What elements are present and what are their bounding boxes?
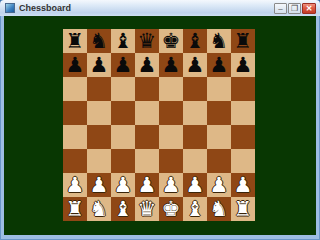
square-c4[interactable] (111, 125, 135, 149)
square-f4[interactable] (183, 125, 207, 149)
square-f7[interactable]: ♟ (183, 53, 207, 77)
black-bishop: ♝ (186, 29, 205, 53)
square-h1[interactable]: ♜ (231, 197, 255, 221)
window-system-icon[interactable] (5, 3, 15, 13)
black-pawn: ♟ (138, 53, 157, 77)
square-d7[interactable]: ♟ (135, 53, 159, 77)
white-knight: ♞ (90, 197, 109, 221)
square-h6[interactable] (231, 77, 255, 101)
square-a5[interactable] (63, 101, 87, 125)
white-bishop: ♝ (186, 197, 205, 221)
white-pawn: ♟ (114, 173, 133, 197)
white-pawn: ♟ (162, 173, 181, 197)
square-e2[interactable]: ♟ (159, 173, 183, 197)
square-e7[interactable]: ♟ (159, 53, 183, 77)
chess-board: ♜♞♝♛♚♝♞♜♟♟♟♟♟♟♟♟♟♟♟♟♟♟♟♟♜♞♝♛♚♝♞♜ (63, 29, 255, 221)
square-h3[interactable] (231, 149, 255, 173)
square-f6[interactable] (183, 77, 207, 101)
black-king: ♚ (162, 29, 181, 53)
square-e1[interactable]: ♚ (159, 197, 183, 221)
window-title: Chessboard (19, 0, 274, 16)
black-bishop: ♝ (114, 29, 133, 53)
square-c6[interactable] (111, 77, 135, 101)
square-a6[interactable] (63, 77, 87, 101)
square-g4[interactable] (207, 125, 231, 149)
black-queen: ♛ (138, 29, 157, 53)
minimize-button[interactable]: – (274, 3, 287, 14)
black-pawn: ♟ (186, 53, 205, 77)
square-d1[interactable]: ♛ (135, 197, 159, 221)
square-a1[interactable]: ♜ (63, 197, 87, 221)
black-pawn: ♟ (66, 53, 85, 77)
square-d5[interactable] (135, 101, 159, 125)
chess-app-window: Chessboard – ❐ ✕ ♜♞♝♛♚♝♞♜♟♟♟♟♟♟♟♟♟♟♟♟♟♟♟… (0, 0, 320, 240)
square-a8[interactable]: ♜ (63, 29, 87, 53)
white-bishop: ♝ (114, 197, 133, 221)
square-e4[interactable] (159, 125, 183, 149)
board-background: ♜♞♝♛♚♝♞♜♟♟♟♟♟♟♟♟♟♟♟♟♟♟♟♟♜♞♝♛♚♝♞♜ (4, 16, 316, 235)
square-d8[interactable]: ♛ (135, 29, 159, 53)
square-g3[interactable] (207, 149, 231, 173)
white-pawn: ♟ (210, 173, 229, 197)
square-h5[interactable] (231, 101, 255, 125)
square-g8[interactable]: ♞ (207, 29, 231, 53)
square-f3[interactable] (183, 149, 207, 173)
square-a4[interactable] (63, 125, 87, 149)
white-king: ♚ (162, 197, 181, 221)
title-bar: Chessboard – ❐ ✕ (0, 0, 320, 16)
white-pawn: ♟ (66, 173, 85, 197)
white-pawn: ♟ (186, 173, 205, 197)
white-rook: ♜ (66, 197, 85, 221)
square-d2[interactable]: ♟ (135, 173, 159, 197)
white-knight: ♞ (210, 197, 229, 221)
square-d3[interactable] (135, 149, 159, 173)
black-pawn: ♟ (114, 53, 133, 77)
square-e8[interactable]: ♚ (159, 29, 183, 53)
square-e5[interactable] (159, 101, 183, 125)
square-b2[interactable]: ♟ (87, 173, 111, 197)
square-a2[interactable]: ♟ (63, 173, 87, 197)
black-knight: ♞ (210, 29, 229, 53)
white-pawn: ♟ (234, 173, 253, 197)
black-pawn: ♟ (162, 53, 181, 77)
maximize-button[interactable]: ❐ (288, 3, 301, 14)
square-b4[interactable] (87, 125, 111, 149)
square-b3[interactable] (87, 149, 111, 173)
square-h4[interactable] (231, 125, 255, 149)
white-pawn: ♟ (90, 173, 109, 197)
square-h7[interactable]: ♟ (231, 53, 255, 77)
white-rook: ♜ (234, 197, 253, 221)
square-a7[interactable]: ♟ (63, 53, 87, 77)
square-a3[interactable] (63, 149, 87, 173)
square-h2[interactable]: ♟ (231, 173, 255, 197)
square-g1[interactable]: ♞ (207, 197, 231, 221)
black-pawn: ♟ (234, 53, 253, 77)
square-f5[interactable] (183, 101, 207, 125)
square-g5[interactable] (207, 101, 231, 125)
square-c1[interactable]: ♝ (111, 197, 135, 221)
black-pawn: ♟ (210, 53, 229, 77)
square-c8[interactable]: ♝ (111, 29, 135, 53)
square-g6[interactable] (207, 77, 231, 101)
square-f2[interactable]: ♟ (183, 173, 207, 197)
square-h8[interactable]: ♜ (231, 29, 255, 53)
square-f8[interactable]: ♝ (183, 29, 207, 53)
square-b1[interactable]: ♞ (87, 197, 111, 221)
black-knight: ♞ (90, 29, 109, 53)
square-b5[interactable] (87, 101, 111, 125)
square-c5[interactable] (111, 101, 135, 125)
square-d4[interactable] (135, 125, 159, 149)
square-c7[interactable]: ♟ (111, 53, 135, 77)
square-b7[interactable]: ♟ (87, 53, 111, 77)
square-c2[interactable]: ♟ (111, 173, 135, 197)
square-f1[interactable]: ♝ (183, 197, 207, 221)
close-button[interactable]: ✕ (302, 3, 316, 14)
black-pawn: ♟ (90, 53, 109, 77)
black-rook: ♜ (234, 29, 253, 53)
square-d6[interactable] (135, 77, 159, 101)
square-e3[interactable] (159, 149, 183, 173)
window-controls: – ❐ ✕ (274, 3, 316, 14)
white-queen: ♛ (138, 197, 157, 221)
square-c3[interactable] (111, 149, 135, 173)
square-b6[interactable] (87, 77, 111, 101)
square-g7[interactable]: ♟ (207, 53, 231, 77)
square-g2[interactable]: ♟ (207, 173, 231, 197)
square-b8[interactable]: ♞ (87, 29, 111, 53)
square-e6[interactable] (159, 77, 183, 101)
white-pawn: ♟ (138, 173, 157, 197)
black-rook: ♜ (66, 29, 85, 53)
